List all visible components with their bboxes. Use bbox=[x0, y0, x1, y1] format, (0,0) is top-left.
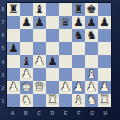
square-c1[interactable] bbox=[33, 94, 46, 107]
square-f7[interactable]: ♟ bbox=[72, 16, 85, 29]
square-b2[interactable]: ♚ bbox=[20, 81, 33, 94]
square-g2[interactable]: ♟ bbox=[85, 81, 98, 94]
square-h1[interactable]: ♜ bbox=[98, 94, 111, 107]
square-f6[interactable]: ♞ bbox=[72, 29, 85, 42]
rank-label-4: 4 bbox=[0, 60, 6, 65]
piece-white-pawn[interactable]: ♟ bbox=[73, 81, 83, 93]
file-label-f: F bbox=[72, 111, 85, 116]
piece-black-bishop[interactable]: ♝ bbox=[21, 55, 31, 67]
square-b3[interactable]: ♟ bbox=[20, 68, 33, 81]
piece-black-knight[interactable]: ♞ bbox=[73, 29, 83, 41]
file-label-h: H bbox=[99, 111, 112, 116]
piece-white-pawn[interactable]: ♟ bbox=[8, 81, 18, 93]
square-e4[interactable] bbox=[59, 55, 72, 68]
square-b6[interactable] bbox=[20, 29, 33, 42]
square-a5[interactable]: ♟ bbox=[7, 42, 20, 55]
piece-white-queen[interactable]: ♛ bbox=[34, 81, 44, 93]
square-d3[interactable] bbox=[46, 68, 59, 81]
square-b7[interactable]: ♟ bbox=[20, 16, 33, 29]
square-d8[interactable] bbox=[46, 3, 59, 16]
rank-label-6: 6 bbox=[0, 33, 6, 38]
piece-white-pawn[interactable]: ♟ bbox=[21, 68, 31, 80]
piece-black-rook[interactable]: ♜ bbox=[8, 3, 18, 15]
square-b8[interactable] bbox=[20, 3, 33, 16]
rank-label-2: 2 bbox=[0, 86, 6, 91]
square-d1[interactable]: ♜ bbox=[46, 94, 59, 107]
piece-white-knight[interactable]: ♞ bbox=[86, 94, 96, 106]
piece-black-queen[interactable]: ♛ bbox=[60, 16, 70, 28]
square-g6[interactable]: ♞ bbox=[85, 29, 98, 42]
piece-black-pawn[interactable]: ♟ bbox=[73, 16, 83, 28]
square-b4[interactable]: ♝ bbox=[20, 55, 33, 68]
square-g3[interactable]: ♝ bbox=[85, 68, 98, 81]
square-e6[interactable] bbox=[59, 29, 72, 42]
square-a2[interactable]: ♟ bbox=[7, 81, 20, 94]
piece-black-pawn[interactable]: ♟ bbox=[34, 16, 44, 28]
square-g4[interactable] bbox=[85, 55, 98, 68]
square-c8[interactable]: ♝ bbox=[33, 3, 46, 16]
piece-white-bishop[interactable]: ♝ bbox=[73, 94, 83, 106]
square-h5[interactable] bbox=[98, 42, 111, 55]
square-h4[interactable] bbox=[98, 55, 111, 68]
piece-white-rook[interactable]: ♜ bbox=[99, 94, 109, 106]
square-a3[interactable] bbox=[7, 68, 20, 81]
piece-black-rook[interactable]: ♜ bbox=[73, 3, 83, 15]
rank-label-3: 3 bbox=[0, 73, 6, 78]
square-d6[interactable] bbox=[46, 29, 59, 42]
piece-white-pawn[interactable]: ♟ bbox=[99, 81, 109, 93]
square-c6[interactable] bbox=[33, 29, 46, 42]
piece-black-king[interactable]: ♚ bbox=[86, 3, 96, 15]
square-a1[interactable] bbox=[7, 94, 20, 107]
square-a6[interactable] bbox=[7, 29, 20, 42]
piece-white-pawn[interactable]: ♟ bbox=[86, 81, 96, 93]
square-d2[interactable] bbox=[46, 81, 59, 94]
file-coordinates: ABCDEFGH bbox=[6, 110, 112, 118]
square-c3[interactable] bbox=[33, 68, 46, 81]
square-b5[interactable] bbox=[20, 42, 33, 55]
file-label-d: D bbox=[46, 111, 59, 116]
chess-board: ♜♝♜♚♟♟♛♟♟♟♞♞♟♝♟♟♟♝♟♚♛♟♟♟♟♞♜♝♞♜ bbox=[6, 2, 112, 108]
square-h7[interactable]: ♟ bbox=[98, 16, 111, 29]
piece-black-pawn[interactable]: ♟ bbox=[99, 16, 109, 28]
square-a4[interactable] bbox=[7, 55, 20, 68]
square-c5[interactable] bbox=[33, 42, 46, 55]
square-d4[interactable]: ♟ bbox=[46, 55, 59, 68]
square-e8[interactable] bbox=[59, 3, 72, 16]
square-f8[interactable]: ♜ bbox=[72, 3, 85, 16]
square-g5[interactable] bbox=[85, 42, 98, 55]
square-f5[interactable] bbox=[72, 42, 85, 55]
piece-black-bishop[interactable]: ♝ bbox=[34, 3, 44, 15]
square-e2[interactable]: ♟ bbox=[59, 81, 72, 94]
square-e5[interactable] bbox=[59, 42, 72, 55]
rank-label-7: 7 bbox=[0, 20, 6, 25]
square-h6[interactable] bbox=[98, 29, 111, 42]
square-d7[interactable] bbox=[46, 16, 59, 29]
square-f3[interactable] bbox=[72, 68, 85, 81]
piece-white-pawn[interactable]: ♟ bbox=[60, 81, 70, 93]
file-label-a: A bbox=[6, 111, 19, 116]
square-f1[interactable]: ♝ bbox=[72, 94, 85, 107]
piece-black-pawn[interactable]: ♟ bbox=[8, 42, 18, 54]
square-c2[interactable]: ♛ bbox=[33, 81, 46, 94]
piece-black-knight[interactable]: ♞ bbox=[86, 29, 96, 41]
square-f4[interactable] bbox=[72, 55, 85, 68]
rank-label-1: 1 bbox=[0, 99, 6, 104]
square-h3[interactable] bbox=[98, 68, 111, 81]
square-a7[interactable] bbox=[7, 16, 20, 29]
piece-white-knight[interactable]: ♞ bbox=[21, 94, 31, 106]
chess-diagram: ♜♝♜♚♟♟♛♟♟♟♞♞♟♝♟♟♟♝♟♚♛♟♟♟♟♞♜♝♞♜ 87654321 … bbox=[0, 0, 120, 120]
square-h2[interactable]: ♟ bbox=[98, 81, 111, 94]
file-label-c: C bbox=[33, 111, 46, 116]
piece-black-pawn[interactable]: ♟ bbox=[47, 55, 57, 67]
piece-black-pawn[interactable]: ♟ bbox=[86, 16, 96, 28]
square-e7[interactable]: ♛ bbox=[59, 16, 72, 29]
rank-label-8: 8 bbox=[0, 7, 6, 12]
square-g1[interactable]: ♞ bbox=[85, 94, 98, 107]
piece-white-bishop[interactable]: ♝ bbox=[86, 68, 96, 80]
square-c7[interactable]: ♟ bbox=[33, 16, 46, 29]
piece-black-pawn[interactable]: ♟ bbox=[21, 16, 31, 28]
square-h8[interactable] bbox=[98, 3, 111, 16]
piece-white-rook[interactable]: ♜ bbox=[47, 94, 57, 106]
square-c4[interactable]: ♟ bbox=[33, 55, 46, 68]
square-f2[interactable]: ♟ bbox=[72, 81, 85, 94]
square-e1[interactable] bbox=[59, 94, 72, 107]
piece-white-king[interactable]: ♚ bbox=[21, 81, 31, 93]
rank-coordinates: 87654321 bbox=[0, 2, 6, 108]
square-b1[interactable]: ♞ bbox=[20, 94, 33, 107]
square-g8[interactable]: ♚ bbox=[85, 3, 98, 16]
square-e3[interactable] bbox=[59, 68, 72, 81]
square-d5[interactable] bbox=[46, 42, 59, 55]
rank-label-5: 5 bbox=[0, 46, 6, 51]
file-label-g: G bbox=[86, 111, 99, 116]
file-label-e: E bbox=[59, 111, 72, 116]
file-label-b: B bbox=[19, 111, 32, 116]
square-g7[interactable]: ♟ bbox=[85, 16, 98, 29]
square-a8[interactable]: ♜ bbox=[7, 3, 20, 16]
piece-white-pawn[interactable]: ♟ bbox=[34, 55, 44, 67]
